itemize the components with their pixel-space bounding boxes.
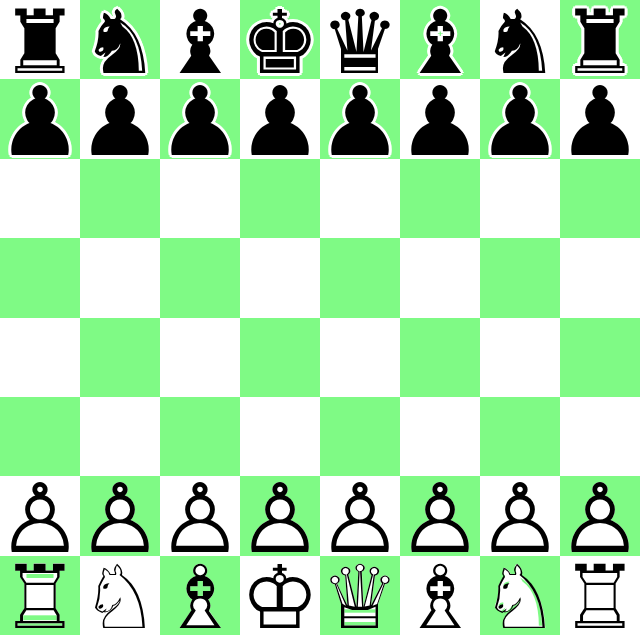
square-g7[interactable]: ♟ — [480, 79, 560, 158]
square-b4[interactable] — [80, 318, 160, 397]
square-h5[interactable] — [560, 238, 640, 317]
piece-black-pawn: ♟ — [0, 74, 83, 170]
square-a5[interactable] — [0, 238, 80, 317]
piece-white-bishop: ♗ — [401, 554, 480, 635]
piece-black-pawn: ♟ — [237, 74, 323, 170]
square-f5[interactable] — [400, 238, 480, 317]
square-e7[interactable]: ♟ — [320, 79, 400, 158]
square-e1[interactable]: ♕ — [320, 556, 400, 635]
piece-black-pawn: ♟ — [77, 74, 163, 170]
piece-white-rook: ♖ — [561, 554, 640, 635]
piece-black-pawn: ♟ — [557, 74, 640, 170]
square-d5[interactable] — [240, 238, 320, 317]
square-g4[interactable] — [480, 318, 560, 397]
square-f7[interactable]: ♟ — [400, 79, 480, 158]
square-b2[interactable]: ♙ — [80, 476, 160, 555]
square-b1[interactable]: ♘ — [80, 556, 160, 635]
piece-white-knight: ♘ — [81, 554, 160, 635]
piece-white-knight: ♘ — [481, 554, 560, 635]
piece-white-queen: ♕ — [321, 554, 400, 635]
square-d4[interactable] — [240, 318, 320, 397]
square-e2[interactable]: ♙ — [320, 476, 400, 555]
square-h7[interactable]: ♟ — [560, 79, 640, 158]
square-c5[interactable] — [160, 238, 240, 317]
square-g2[interactable]: ♙ — [480, 476, 560, 555]
square-a2[interactable]: ♙ — [0, 476, 80, 555]
square-g5[interactable] — [480, 238, 560, 317]
square-a4[interactable] — [0, 318, 80, 397]
piece-black-pawn: ♟ — [157, 74, 243, 170]
square-d1[interactable]: ♔ — [240, 556, 320, 635]
square-g1[interactable]: ♘ — [480, 556, 560, 635]
square-h2[interactable]: ♙ — [560, 476, 640, 555]
square-a1[interactable]: ♖ — [0, 556, 80, 635]
square-c4[interactable] — [160, 318, 240, 397]
piece-black-pawn: ♟ — [317, 74, 403, 170]
piece-black-pawn: ♟ — [477, 74, 563, 170]
square-e5[interactable] — [320, 238, 400, 317]
chess-board: ♜♞♝♚♛♝♞♜♟♟♟♟♟♟♟♟♙♙♙♙♙♙♙♙♖♘♗♔♕♗♘♖ — [0, 0, 640, 635]
square-a7[interactable]: ♟ — [0, 79, 80, 158]
piece-black-pawn: ♟ — [397, 74, 483, 170]
square-b7[interactable]: ♟ — [80, 79, 160, 158]
piece-white-rook: ♖ — [1, 554, 80, 635]
square-c1[interactable]: ♗ — [160, 556, 240, 635]
square-d2[interactable]: ♙ — [240, 476, 320, 555]
square-f2[interactable]: ♙ — [400, 476, 480, 555]
square-b5[interactable] — [80, 238, 160, 317]
square-d7[interactable]: ♟ — [240, 79, 320, 158]
piece-white-king: ♔ — [241, 554, 320, 635]
square-e4[interactable] — [320, 318, 400, 397]
square-c2[interactable]: ♙ — [160, 476, 240, 555]
square-f4[interactable] — [400, 318, 480, 397]
square-c7[interactable]: ♟ — [160, 79, 240, 158]
square-h1[interactable]: ♖ — [560, 556, 640, 635]
piece-white-bishop: ♗ — [161, 554, 240, 635]
square-f1[interactable]: ♗ — [400, 556, 480, 635]
square-h4[interactable] — [560, 318, 640, 397]
